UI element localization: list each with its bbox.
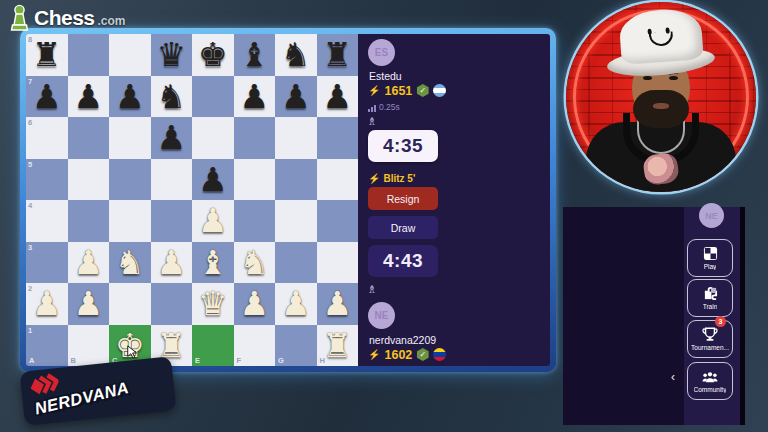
file-label: F xyxy=(237,356,242,365)
signal-bars-icon xyxy=(368,105,376,112)
chessboard-icon xyxy=(703,246,718,261)
square-b7[interactable]: ♟ xyxy=(68,76,110,118)
mobile-app-panel: NE PlayTrainTournamen...3Community ‹ xyxy=(563,207,745,425)
bottom-player-rating-row: ⚡ 1602 ✓ xyxy=(368,347,446,362)
square-f7[interactable]: ♟ xyxy=(234,76,276,118)
square-b5[interactable] xyxy=(68,159,110,201)
square-a8[interactable]: 8♜ xyxy=(26,34,68,76)
bottom-player-rating: 1602 xyxy=(384,348,412,362)
square-a7[interactable]: 7♟ xyxy=(26,76,68,118)
piece-white-rook[interactable]: ♜ xyxy=(317,325,359,367)
square-f2[interactable]: ♟ xyxy=(234,283,276,325)
game-window: 8♜♛♚♝♞♜7♟♟♟♞♟♟♟6♟5♟4♟3♟♞♟♝♞2♟♟♛♟♟♟1ABC♚D… xyxy=(20,28,556,372)
square-f5[interactable] xyxy=(234,159,276,201)
square-g6[interactable] xyxy=(275,117,317,159)
chesscom-logo: Chess .com xyxy=(8,4,126,32)
square-d2[interactable] xyxy=(151,283,193,325)
square-c6[interactable] xyxy=(109,117,151,159)
square-a6[interactable]: 6 xyxy=(26,117,68,159)
piece-black-pawn[interactable]: ♟ xyxy=(26,76,68,118)
square-h6[interactable] xyxy=(317,117,359,159)
piece-white-pawn[interactable]: ♟ xyxy=(68,242,110,284)
square-h1[interactable]: H♜ xyxy=(317,325,359,367)
square-h5[interactable] xyxy=(317,159,359,201)
square-g1[interactable]: G xyxy=(275,325,317,367)
rank-label: 4 xyxy=(28,201,32,210)
top-player-latency: 0.25s xyxy=(368,102,400,112)
square-f6[interactable] xyxy=(234,117,276,159)
draw-button[interactable]: Draw xyxy=(368,216,438,239)
square-c5[interactable] xyxy=(109,159,151,201)
file-label: A xyxy=(29,356,34,365)
puzzle-icon xyxy=(703,286,718,301)
game-panel: ES Estedu ⚡ 1651 ✓ 0.25s ♗ 4:35 ⚡ Blitz … xyxy=(358,34,550,366)
sidebar-item-label: Train xyxy=(703,303,718,310)
square-f3[interactable]: ♞ xyxy=(234,242,276,284)
chesscom-tld-text: .com xyxy=(98,14,126,28)
top-player-clock: 4:35 xyxy=(368,130,438,162)
app-user-avatar[interactable]: NE xyxy=(699,203,724,228)
square-a5[interactable]: 5 xyxy=(26,159,68,201)
blitz-bolt-icon: ⚡ xyxy=(368,85,380,96)
square-b1[interactable]: B xyxy=(68,325,110,367)
square-d6[interactable]: ♟ xyxy=(151,117,193,159)
square-c4[interactable] xyxy=(109,200,151,242)
square-h4[interactable] xyxy=(317,200,359,242)
square-b6[interactable] xyxy=(68,117,110,159)
sidebar-item-play[interactable]: Play xyxy=(687,239,733,277)
game-mode-label: ⚡ Blitz 5' xyxy=(368,173,415,184)
piece-white-pawn[interactable]: ♟ xyxy=(151,242,193,284)
bottom-player-flag-icon xyxy=(433,348,446,361)
piece-black-rook[interactable]: ♜ xyxy=(317,34,359,76)
piece-white-bishop[interactable]: ♝ xyxy=(192,242,234,284)
square-a3[interactable]: 3 xyxy=(26,242,68,284)
piece-white-pawn[interactable]: ♟ xyxy=(275,283,317,325)
square-g2[interactable]: ♟ xyxy=(275,283,317,325)
sidebar-item-label: Play xyxy=(704,263,717,270)
square-c2[interactable] xyxy=(109,283,151,325)
square-d3[interactable]: ♟ xyxy=(151,242,193,284)
top-player-rating: 1651 xyxy=(384,84,412,98)
square-g3[interactable] xyxy=(275,242,317,284)
square-e5[interactable]: ♟ xyxy=(192,159,234,201)
top-player-rating-row: ⚡ 1651 ✓ xyxy=(368,83,446,98)
square-f1[interactable]: F xyxy=(234,325,276,367)
smiley-mouth-icon xyxy=(649,31,674,47)
piece-black-king[interactable]: ♚ xyxy=(192,34,234,76)
square-a1[interactable]: 1A xyxy=(26,325,68,367)
piece-black-pawn[interactable]: ♟ xyxy=(109,76,151,118)
square-f8[interactable]: ♝ xyxy=(234,34,276,76)
top-player-avatar[interactable]: ES xyxy=(368,39,395,66)
square-g5[interactable] xyxy=(275,159,317,201)
piece-black-knight[interactable]: ♞ xyxy=(151,76,193,118)
piece-black-pawn[interactable]: ♟ xyxy=(275,76,317,118)
piece-black-knight[interactable]: ♞ xyxy=(275,34,317,76)
piece-black-pawn[interactable]: ♟ xyxy=(151,117,193,159)
square-h7[interactable]: ♟ xyxy=(317,76,359,118)
square-d8[interactable]: ♛ xyxy=(151,34,193,76)
sidebar-item-train[interactable]: Train xyxy=(687,279,733,317)
square-e7[interactable] xyxy=(192,76,234,118)
square-h3[interactable] xyxy=(317,242,359,284)
bottom-captured-bishop-icon: ♗ xyxy=(367,284,377,295)
blitz-bolt-icon: ⚡ xyxy=(368,173,380,184)
piece-black-pawn[interactable]: ♟ xyxy=(192,159,234,201)
square-b3[interactable]: ♟ xyxy=(68,242,110,284)
top-captured-bishop-icon: ♗ xyxy=(367,116,377,127)
rank-label: 3 xyxy=(28,243,32,252)
square-a2[interactable]: 2♟ xyxy=(26,283,68,325)
square-d5[interactable] xyxy=(151,159,193,201)
square-g8[interactable]: ♞ xyxy=(275,34,317,76)
top-player-flag-icon xyxy=(433,84,446,97)
rank-label: 1 xyxy=(28,326,32,335)
rank-label: 6 xyxy=(28,118,32,127)
square-e4[interactable]: ♟ xyxy=(192,200,234,242)
square-e6[interactable] xyxy=(192,117,234,159)
square-b4[interactable] xyxy=(68,200,110,242)
piece-white-pawn[interactable]: ♟ xyxy=(234,283,276,325)
sidebar-item-community[interactable]: Community xyxy=(687,362,733,400)
streamer-webcam xyxy=(566,2,756,192)
square-h2[interactable]: ♟ xyxy=(317,283,359,325)
square-e2[interactable]: ♛ xyxy=(192,283,234,325)
rank-label: 5 xyxy=(28,160,32,169)
square-b8[interactable] xyxy=(68,34,110,76)
square-g7[interactable]: ♟ xyxy=(275,76,317,118)
collapse-chevron-icon[interactable]: ‹ xyxy=(671,370,675,384)
stream-stage: Chess .com 8♜♛♚♝♞♜7♟♟♟♞♟♟♟6♟5♟4♟3♟♞♟♝♞2♟… xyxy=(0,0,768,432)
bottom-player-avatar[interactable]: NE xyxy=(368,302,395,329)
piece-black-pawn[interactable]: ♟ xyxy=(317,76,359,118)
piece-black-rook[interactable]: ♜ xyxy=(26,34,68,76)
verified-badge-icon: ✓ xyxy=(416,84,429,97)
square-e1[interactable]: E xyxy=(192,325,234,367)
sidebar-item-label: Tournamen... xyxy=(691,344,729,351)
sidebar-item-tournamen[interactable]: Tournamen...3 xyxy=(687,320,733,358)
file-label: G xyxy=(278,356,284,365)
blitz-bolt-icon: ⚡ xyxy=(368,349,380,360)
piece-white-pawn[interactable]: ♟ xyxy=(26,283,68,325)
bottom-player-clock: 4:43 xyxy=(368,245,438,277)
chesscom-brand-text: Chess xyxy=(34,6,95,30)
square-h8[interactable]: ♜ xyxy=(317,34,359,76)
mouse-cursor-icon xyxy=(126,345,140,359)
piece-white-pawn[interactable]: ♟ xyxy=(317,283,359,325)
square-d4[interactable] xyxy=(151,200,193,242)
verified-badge-icon: ✓ xyxy=(416,348,429,361)
trophy-icon xyxy=(702,327,718,342)
people-icon xyxy=(702,370,718,384)
piece-white-queen[interactable]: ♛ xyxy=(192,283,234,325)
resign-button[interactable]: Resign xyxy=(368,187,438,210)
streamer-beard xyxy=(633,90,689,128)
piece-black-bishop[interactable]: ♝ xyxy=(234,34,276,76)
square-d7[interactable]: ♞ xyxy=(151,76,193,118)
notification-badge: 3 xyxy=(715,316,726,327)
piece-white-knight[interactable]: ♞ xyxy=(109,242,151,284)
square-b2[interactable]: ♟ xyxy=(68,283,110,325)
piece-black-queen[interactable]: ♛ xyxy=(151,34,193,76)
square-c8[interactable] xyxy=(109,34,151,76)
square-c3[interactable]: ♞ xyxy=(109,242,151,284)
square-e8[interactable]: ♚ xyxy=(192,34,234,76)
streamer-right-eye xyxy=(669,76,678,80)
bottom-player-name: nerdvana2209 xyxy=(369,334,436,346)
chess-board[interactable]: 8♜♛♚♝♞♜7♟♟♟♞♟♟♟6♟5♟4♟3♟♞♟♝♞2♟♟♛♟♟♟1ABC♚D… xyxy=(26,34,358,366)
square-e3[interactable]: ♝ xyxy=(192,242,234,284)
file-label: B xyxy=(71,356,76,365)
streamer-left-eye xyxy=(643,76,652,80)
sidebar-item-label: Community xyxy=(694,386,727,393)
square-f4[interactable] xyxy=(234,200,276,242)
streamer-mouth xyxy=(653,103,669,109)
file-label: E xyxy=(195,356,200,365)
chesscom-pawn-icon xyxy=(8,4,31,32)
square-g4[interactable] xyxy=(275,200,317,242)
square-a4[interactable]: 4 xyxy=(26,200,68,242)
piece-white-pawn[interactable]: ♟ xyxy=(68,283,110,325)
piece-black-pawn[interactable]: ♟ xyxy=(68,76,110,118)
top-player-name: Estedu xyxy=(369,70,402,82)
bottom-player-latency: 0.10s xyxy=(368,364,400,366)
piece-black-pawn[interactable]: ♟ xyxy=(234,76,276,118)
square-c7[interactable]: ♟ xyxy=(109,76,151,118)
piece-white-pawn[interactable]: ♟ xyxy=(192,200,234,242)
piece-white-knight[interactable]: ♞ xyxy=(234,242,276,284)
